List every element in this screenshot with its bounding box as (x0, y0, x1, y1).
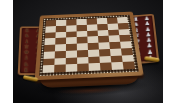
chess-board (35, 12, 144, 80)
board-square (66, 64, 78, 72)
board-grid (43, 17, 136, 73)
board-square (89, 63, 101, 71)
board-square (123, 62, 136, 70)
board-square (43, 65, 55, 73)
chess-set: ♜♟♞♟♝♟♛♟♚♟♝♟♞♟♜♟ ♜♟♞♟♝♟♛♟♚♟♝♟♞♟♜♟ (13, 0, 163, 103)
screenshot-canvas: ♜♟♞♟♝♟♛♟♚♟♝♟♞♟♜♟ ♜♟♞♟♝♟♛♟♚♟♝♟♞♟♜♟ (0, 0, 175, 105)
chess-set-photo: ♜♟♞♟♝♟♛♟♚♟♝♟♞♟♜♟ ♜♟♞♟♝♟♛♟♚♟♝♟♞♟♜♟ (13, 0, 163, 103)
board-square (54, 65, 66, 73)
board-square (100, 63, 112, 71)
board-square (111, 62, 123, 70)
tray-piece: ♜ (23, 67, 29, 73)
board-square (77, 64, 89, 72)
